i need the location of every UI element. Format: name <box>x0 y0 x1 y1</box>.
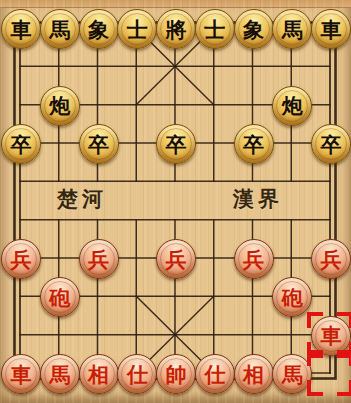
black-horse[interactable]: 馬 <box>40 9 80 49</box>
river-label-right: 漢界 <box>216 185 300 213</box>
piece-glyph: 象 <box>88 19 109 40</box>
black-soldier[interactable]: 卒 <box>79 124 119 164</box>
piece-glyph: 相 <box>243 364 264 385</box>
piece-glyph: 車 <box>321 19 342 40</box>
black-horse[interactable]: 馬 <box>272 9 312 49</box>
piece-glyph: 兵 <box>321 249 342 270</box>
piece-glyph: 象 <box>243 19 264 40</box>
piece-glyph: 車 <box>11 19 32 40</box>
black-rook[interactable]: 車 <box>1 9 41 49</box>
piece-glyph: 士 <box>127 19 148 40</box>
red-soldier[interactable]: 兵 <box>1 239 41 279</box>
red-advisor[interactable]: 仕 <box>117 354 157 394</box>
piece-glyph: 兵 <box>88 249 109 270</box>
red-rook[interactable]: 車 <box>1 354 41 394</box>
piece-glyph: 卒 <box>88 134 109 155</box>
red-soldier[interactable]: 兵 <box>79 239 119 279</box>
piece-glyph: 車 <box>11 364 32 385</box>
black-elephant[interactable]: 象 <box>234 9 274 49</box>
black-soldier[interactable]: 卒 <box>156 124 196 164</box>
red-rook[interactable]: 車 <box>311 316 351 356</box>
red-soldier[interactable]: 兵 <box>311 239 351 279</box>
black-soldier[interactable]: 卒 <box>1 124 41 164</box>
piece-glyph: 馬 <box>282 364 303 385</box>
piece-glyph: 砲 <box>282 287 303 308</box>
red-horse[interactable]: 馬 <box>40 354 80 394</box>
red-advisor[interactable]: 仕 <box>195 354 235 394</box>
black-elephant[interactable]: 象 <box>79 9 119 49</box>
red-elephant[interactable]: 相 <box>234 354 274 394</box>
piece-glyph: 砲 <box>49 287 70 308</box>
piece-glyph: 兵 <box>166 249 187 270</box>
piece-glyph: 士 <box>204 19 225 40</box>
piece-glyph: 卒 <box>11 134 32 155</box>
piece-glyph: 馬 <box>49 364 70 385</box>
red-general[interactable]: 帥 <box>156 354 196 394</box>
black-advisor[interactable]: 士 <box>117 9 157 49</box>
red-horse[interactable]: 馬 <box>272 354 312 394</box>
piece-glyph: 馬 <box>282 19 303 40</box>
black-soldier[interactable]: 卒 <box>311 124 351 164</box>
black-cannon[interactable]: 炮 <box>40 86 80 126</box>
piece-glyph: 兵 <box>11 249 32 270</box>
red-cannon[interactable]: 砲 <box>40 277 80 317</box>
black-general[interactable]: 將 <box>156 9 196 49</box>
piece-glyph: 仕 <box>127 364 148 385</box>
piece-glyph: 卒 <box>243 134 264 155</box>
xiangqi-board[interactable]: 楚河 漢界 車馬象士將士象馬車炮炮卒卒卒卒卒兵兵兵兵兵砲砲車車馬相仕帥仕相馬 <box>0 0 351 403</box>
piece-glyph: 炮 <box>282 95 303 116</box>
red-soldier[interactable]: 兵 <box>156 239 196 279</box>
black-rook[interactable]: 車 <box>311 9 351 49</box>
red-elephant[interactable]: 相 <box>79 354 119 394</box>
black-soldier[interactable]: 卒 <box>234 124 274 164</box>
piece-glyph: 馬 <box>49 19 70 40</box>
piece-glyph: 卒 <box>166 134 187 155</box>
piece-glyph: 帥 <box>166 364 187 385</box>
river-label-left: 楚河 <box>40 185 124 213</box>
piece-glyph: 炮 <box>49 95 70 116</box>
piece-glyph: 相 <box>88 364 109 385</box>
piece-glyph: 兵 <box>243 249 264 270</box>
piece-glyph: 車 <box>321 325 342 346</box>
piece-glyph: 卒 <box>321 134 342 155</box>
piece-glyph: 將 <box>166 19 187 40</box>
black-advisor[interactable]: 士 <box>195 9 235 49</box>
red-soldier[interactable]: 兵 <box>234 239 274 279</box>
piece-glyph: 仕 <box>204 364 225 385</box>
black-cannon[interactable]: 炮 <box>272 86 312 126</box>
